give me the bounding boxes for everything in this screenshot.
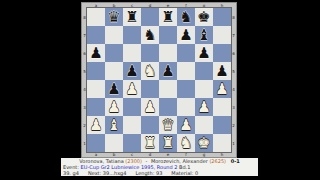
square-h5[interactable]: ♟ xyxy=(213,62,231,80)
square-b6[interactable] xyxy=(105,44,123,62)
square-c5[interactable]: ♟ xyxy=(123,62,141,80)
square-d7[interactable]: ♞ xyxy=(141,26,159,44)
square-f2[interactable]: ♟ xyxy=(177,116,195,134)
coord-label: g xyxy=(195,152,213,157)
piece-white-rook: ♜ xyxy=(143,134,156,152)
coord-label: f xyxy=(177,152,195,157)
coord-label: 3 xyxy=(231,98,236,116)
piece-black-rook: ♜ xyxy=(125,8,138,26)
piece-black-pawn: ♟ xyxy=(161,62,174,80)
square-b8[interactable]: ♛ xyxy=(105,8,123,26)
piece-black-pawn: ♟ xyxy=(215,62,228,80)
board: ♛♜♜♞♚♞♟♝♟♟♟♞♟♟♟♟♟♟♟♟♟♝♛♟♜♜♞♚ xyxy=(87,8,231,152)
square-g7[interactable]: ♝ xyxy=(195,26,213,44)
coord-label: 1 xyxy=(231,134,236,152)
square-h4[interactable]: ♟ xyxy=(213,80,231,98)
piece-white-pawn: ♟ xyxy=(179,116,192,134)
square-a4[interactable] xyxy=(87,80,105,98)
square-c7[interactable] xyxy=(123,26,141,44)
piece-white-pawn: ♟ xyxy=(89,116,102,134)
square-c3[interactable] xyxy=(123,98,141,116)
piece-black-pawn: ♟ xyxy=(179,26,192,44)
square-d3[interactable]: ♟ xyxy=(141,98,159,116)
coord-label: 6 xyxy=(231,44,236,62)
square-d8[interactable] xyxy=(141,8,159,26)
square-c1[interactable] xyxy=(123,134,141,152)
black-player-rating: (2625) xyxy=(209,158,226,164)
piece-white-knight: ♞ xyxy=(143,62,156,80)
piece-black-bishop: ♝ xyxy=(197,26,210,44)
square-h6[interactable] xyxy=(213,44,231,62)
square-f1[interactable]: ♞ xyxy=(177,134,195,152)
square-a7[interactable] xyxy=(87,26,105,44)
piece-white-queen: ♛ xyxy=(161,116,174,134)
piece-white-pawn: ♟ xyxy=(197,98,210,116)
square-a5[interactable] xyxy=(87,62,105,80)
square-f3[interactable] xyxy=(177,98,195,116)
piece-black-queen: ♛ xyxy=(107,8,120,26)
game-result: 0-1 xyxy=(231,158,240,164)
square-g2[interactable] xyxy=(195,116,213,134)
square-b4[interactable]: ♟ xyxy=(105,80,123,98)
caption: Voronova, Tatiana (2300) - Morozevich, A… xyxy=(61,158,258,176)
square-e7[interactable] xyxy=(159,26,177,44)
square-e4[interactable] xyxy=(159,80,177,98)
coord-label: e xyxy=(159,152,177,157)
piece-black-king: ♚ xyxy=(197,8,210,26)
square-b7[interactable] xyxy=(105,26,123,44)
square-a3[interactable] xyxy=(87,98,105,116)
square-c4[interactable]: ♟ xyxy=(123,80,141,98)
square-h3[interactable] xyxy=(213,98,231,116)
coord-label: 2 xyxy=(231,116,236,134)
square-b5[interactable] xyxy=(105,62,123,80)
square-h8[interactable] xyxy=(213,8,231,26)
square-c6[interactable] xyxy=(123,44,141,62)
material-balance: Material: 0 xyxy=(171,170,198,176)
piece-white-knight: ♞ xyxy=(179,134,192,152)
square-b1[interactable] xyxy=(105,134,123,152)
board-frame: abcdefgh 87654321 ♛♜♜♞♚♞♟♝♟♟♟♞♟♟♟♟♟♟♟♟♟♝… xyxy=(81,2,237,158)
square-g8[interactable]: ♚ xyxy=(195,8,213,26)
square-f6[interactable] xyxy=(177,44,195,62)
piece-black-knight: ♞ xyxy=(143,26,156,44)
piece-white-king: ♚ xyxy=(197,134,210,152)
game-length: Length: 93 xyxy=(135,170,162,176)
square-c8[interactable]: ♜ xyxy=(123,8,141,26)
coord-label: b xyxy=(105,152,123,157)
coord-label: 4 xyxy=(231,80,236,98)
coord-label: a xyxy=(87,152,105,157)
square-e8[interactable]: ♜ xyxy=(159,8,177,26)
square-g5[interactable] xyxy=(195,62,213,80)
piece-white-pawn: ♟ xyxy=(215,80,228,98)
square-f4[interactable] xyxy=(177,80,195,98)
square-g1[interactable]: ♚ xyxy=(195,134,213,152)
coord-label: 7 xyxy=(231,26,236,44)
square-e1[interactable]: ♜ xyxy=(159,134,177,152)
square-g6[interactable]: ♟ xyxy=(195,44,213,62)
piece-black-pawn: ♟ xyxy=(89,44,102,62)
piece-black-rook: ♜ xyxy=(161,8,174,26)
square-b2[interactable]: ♝ xyxy=(105,116,123,134)
square-e5[interactable]: ♟ xyxy=(159,62,177,80)
square-a6[interactable]: ♟ xyxy=(87,44,105,62)
square-c2[interactable] xyxy=(123,116,141,134)
square-g4[interactable] xyxy=(195,80,213,98)
video-frame: abcdefgh 87654321 ♛♜♜♞♚♞♟♝♟♟♟♞♟♟♟♟♟♟♟♟♟♝… xyxy=(0,0,320,180)
coord-label: h xyxy=(213,152,231,157)
piece-black-pawn: ♟ xyxy=(107,80,120,98)
square-d5[interactable]: ♞ xyxy=(141,62,159,80)
square-f7[interactable]: ♟ xyxy=(177,26,195,44)
coord-label: 5 xyxy=(231,62,236,80)
coord-label: d xyxy=(141,152,159,157)
square-a2[interactable]: ♟ xyxy=(87,116,105,134)
piece-white-pawn: ♟ xyxy=(107,98,120,116)
square-f8[interactable]: ♞ xyxy=(177,8,195,26)
square-d2[interactable] xyxy=(141,116,159,134)
piece-white-bishop: ♝ xyxy=(107,116,120,134)
square-b3[interactable]: ♟ xyxy=(105,98,123,116)
next-move: Next: 39...hxg4 xyxy=(88,170,127,176)
square-a8[interactable] xyxy=(87,8,105,26)
square-g3[interactable]: ♟ xyxy=(195,98,213,116)
piece-black-pawn: ♟ xyxy=(197,44,210,62)
square-d1[interactable]: ♜ xyxy=(141,134,159,152)
piece-black-knight: ♞ xyxy=(179,8,192,26)
file-labels-bottom: abcdefgh xyxy=(87,152,236,157)
chess-diagram: abcdefgh 87654321 ♛♜♜♞♚♞♟♝♟♟♟♞♟♟♟♟♟♟♟♟♟♝… xyxy=(61,0,258,180)
square-h7[interactable] xyxy=(213,26,231,44)
move-info-line: 39. g4 Next: 39...hxg4 Length: 93 Materi… xyxy=(61,170,258,176)
piece-black-pawn: ♟ xyxy=(125,62,138,80)
square-e2[interactable]: ♛ xyxy=(159,116,177,134)
piece-white-pawn: ♟ xyxy=(125,80,138,98)
square-e6[interactable] xyxy=(159,44,177,62)
piece-white-rook: ♜ xyxy=(161,134,174,152)
square-a1[interactable] xyxy=(87,134,105,152)
piece-white-pawn: ♟ xyxy=(143,98,156,116)
letterbox-left xyxy=(0,0,61,180)
square-e3[interactable] xyxy=(159,98,177,116)
square-d4[interactable] xyxy=(141,80,159,98)
last-move: 39. g4 xyxy=(63,170,79,176)
square-f5[interactable] xyxy=(177,62,195,80)
letterbox-right xyxy=(258,0,320,180)
coord-label: c xyxy=(123,152,141,157)
coord-label: 8 xyxy=(231,8,236,26)
square-h2[interactable] xyxy=(213,116,231,134)
rank-labels-right: 87654321 xyxy=(231,8,236,152)
square-h1[interactable] xyxy=(213,134,231,152)
square-d6[interactable] xyxy=(141,44,159,62)
